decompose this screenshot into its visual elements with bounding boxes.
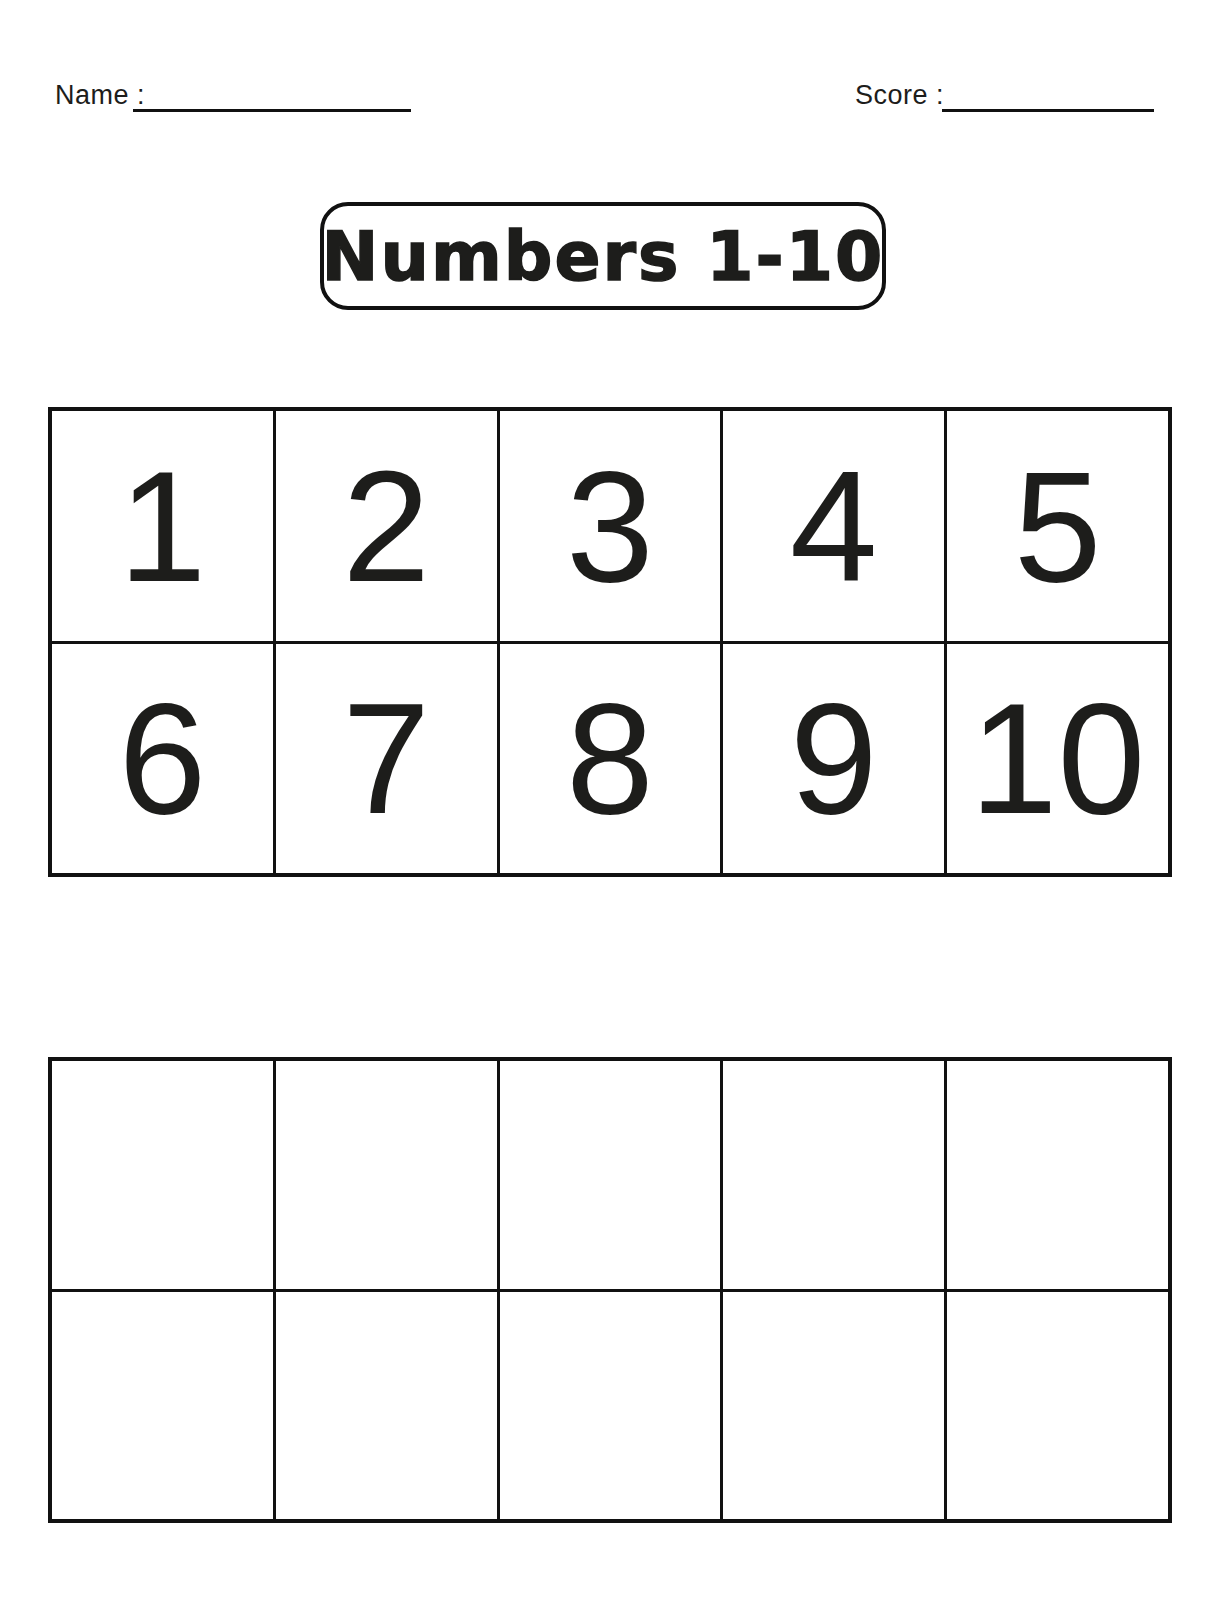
practice-cell	[723, 1292, 944, 1520]
number-cell-1: 1	[52, 411, 273, 641]
name-write-line	[133, 109, 411, 112]
practice-cell	[52, 1292, 273, 1520]
page-title: Numbers 1-10	[322, 217, 885, 296]
number-cell-2: 2	[276, 411, 497, 641]
number-cell-4: 4	[723, 411, 944, 641]
practice-cell	[52, 1061, 273, 1289]
practice-cell	[276, 1061, 497, 1289]
name-label: Name :	[55, 80, 145, 111]
practice-cell	[500, 1292, 721, 1520]
practice-cell	[276, 1292, 497, 1520]
number-cell-10: 10	[947, 644, 1168, 874]
number-cell-6: 6	[52, 644, 273, 874]
worksheet-title-box: Numbers 1-10	[320, 202, 886, 310]
practice-cell	[500, 1061, 721, 1289]
practice-cell	[947, 1061, 1168, 1289]
numbers-grid: 12345678910	[48, 407, 1172, 877]
number-cell-7: 7	[276, 644, 497, 874]
score-write-line	[942, 109, 1154, 112]
practice-cell	[723, 1061, 944, 1289]
worksheet-page: Name : Score : Numbers 1-10 12345678910	[0, 0, 1216, 1600]
practice-grid	[48, 1057, 1172, 1523]
number-cell-9: 9	[723, 644, 944, 874]
score-label: Score :	[855, 80, 944, 111]
number-cell-5: 5	[947, 411, 1168, 641]
number-cell-3: 3	[500, 411, 721, 641]
number-cell-8: 8	[500, 644, 721, 874]
practice-cell	[947, 1292, 1168, 1520]
